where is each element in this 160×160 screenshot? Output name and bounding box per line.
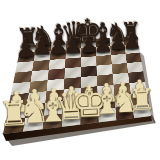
piece-white-rook-h1[interactable]: ♜ bbox=[128, 86, 155, 116]
piece-black-pawn-h7[interactable]: ♟ bbox=[122, 30, 142, 52]
chess-photo-scene: ♜♞♝♛♚♝♞♜♟♟♟♟♟♟♟♟♟♟♟♟♟♟♟♟♜♞♝♛♚♝♞♜ bbox=[0, 0, 160, 160]
